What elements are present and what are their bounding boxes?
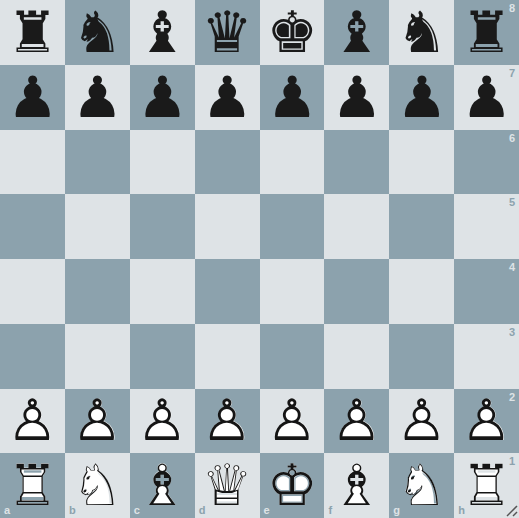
square-a4[interactable] bbox=[0, 259, 65, 324]
coord-file-d: d bbox=[199, 505, 206, 516]
square-a8[interactable]: ♜ bbox=[0, 0, 65, 65]
chess-board: ♜♞♝♛♚♝♞♜8♟♟♟♟♟♟♟♟76543♟♙♟♙♟♙♟♙♟♙♟♙♟♙♟♙2♜… bbox=[0, 0, 519, 518]
coord-rank-3: 3 bbox=[509, 327, 515, 338]
square-h4[interactable]: 4 bbox=[454, 259, 519, 324]
square-d3[interactable] bbox=[195, 324, 260, 389]
square-b1[interactable]: ♞♘b bbox=[65, 453, 130, 518]
piece-glyph-fill: ♝ bbox=[324, 0, 389, 65]
piece-black-knight[interactable]: ♞ bbox=[389, 0, 454, 65]
square-d5[interactable] bbox=[195, 194, 260, 259]
square-f7[interactable]: ♟ bbox=[324, 65, 389, 130]
square-g8[interactable]: ♞ bbox=[389, 0, 454, 65]
piece-white-pawn[interactable]: ♟♙ bbox=[195, 389, 260, 454]
square-b5[interactable] bbox=[65, 194, 130, 259]
coord-rank-8: 8 bbox=[509, 3, 515, 14]
square-d7[interactable]: ♟ bbox=[195, 65, 260, 130]
piece-glyph-fill: ♞ bbox=[65, 0, 130, 65]
square-d8[interactable]: ♛ bbox=[195, 0, 260, 65]
piece-glyph-fill: ♟ bbox=[130, 65, 195, 130]
piece-glyph-outline: ♙ bbox=[324, 389, 389, 454]
square-g3[interactable] bbox=[389, 324, 454, 389]
square-d2[interactable]: ♟♙ bbox=[195, 389, 260, 454]
coord-rank-2: 2 bbox=[509, 392, 515, 403]
square-c3[interactable] bbox=[130, 324, 195, 389]
square-a3[interactable] bbox=[0, 324, 65, 389]
coord-file-f: f bbox=[328, 505, 332, 516]
piece-glyph-outline: ♗ bbox=[324, 453, 389, 518]
coord-rank-5: 5 bbox=[509, 197, 515, 208]
piece-black-bishop[interactable]: ♝ bbox=[324, 0, 389, 65]
piece-glyph-fill: ♟ bbox=[260, 65, 325, 130]
piece-black-king[interactable]: ♚ bbox=[260, 0, 325, 65]
square-h5[interactable]: 5 bbox=[454, 194, 519, 259]
square-g4[interactable] bbox=[389, 259, 454, 324]
piece-glyph-outline: ♙ bbox=[260, 389, 325, 454]
square-f6[interactable] bbox=[324, 130, 389, 195]
square-g7[interactable]: ♟ bbox=[389, 65, 454, 130]
square-e7[interactable]: ♟ bbox=[260, 65, 325, 130]
piece-black-rook[interactable]: ♜ bbox=[0, 0, 65, 65]
resize-grip-icon bbox=[504, 503, 518, 517]
square-d1[interactable]: ♛♕d bbox=[195, 453, 260, 518]
square-e6[interactable] bbox=[260, 130, 325, 195]
piece-white-bishop[interactable]: ♝♗ bbox=[324, 453, 389, 518]
square-c4[interactable] bbox=[130, 259, 195, 324]
square-c2[interactable]: ♟♙ bbox=[130, 389, 195, 454]
coord-rank-4: 4 bbox=[509, 262, 515, 273]
piece-glyph-fill: ♝ bbox=[130, 0, 195, 65]
coord-file-b: b bbox=[69, 505, 76, 516]
coord-rank-6: 6 bbox=[509, 133, 515, 144]
square-a1[interactable]: ♜♖a bbox=[0, 453, 65, 518]
square-c1[interactable]: ♝♗c bbox=[130, 453, 195, 518]
square-f4[interactable] bbox=[324, 259, 389, 324]
square-f2[interactable]: ♟♙ bbox=[324, 389, 389, 454]
square-a7[interactable]: ♟ bbox=[0, 65, 65, 130]
square-h6[interactable]: 6 bbox=[454, 130, 519, 195]
piece-glyph-outline: ♙ bbox=[130, 389, 195, 454]
coord-file-e: e bbox=[264, 505, 270, 516]
piece-glyph-fill: ♞ bbox=[389, 0, 454, 65]
piece-white-pawn[interactable]: ♟♙ bbox=[130, 389, 195, 454]
square-g5[interactable] bbox=[389, 194, 454, 259]
piece-black-pawn[interactable]: ♟ bbox=[65, 65, 130, 130]
piece-white-pawn[interactable]: ♟♙ bbox=[324, 389, 389, 454]
piece-glyph-fill: ♟ bbox=[0, 65, 65, 130]
piece-glyph-fill: ♟ bbox=[324, 65, 389, 130]
square-h2[interactable]: ♟♙2 bbox=[454, 389, 519, 454]
coord-file-a: a bbox=[4, 505, 10, 516]
square-c6[interactable] bbox=[130, 130, 195, 195]
square-b6[interactable] bbox=[65, 130, 130, 195]
square-g6[interactable] bbox=[389, 130, 454, 195]
square-e5[interactable] bbox=[260, 194, 325, 259]
piece-glyph-outline: ♙ bbox=[389, 389, 454, 454]
square-b7[interactable]: ♟ bbox=[65, 65, 130, 130]
square-h3[interactable]: 3 bbox=[454, 324, 519, 389]
coord-file-h: h bbox=[458, 505, 465, 516]
square-b4[interactable] bbox=[65, 259, 130, 324]
piece-glyph-outline: ♙ bbox=[65, 389, 130, 454]
piece-black-pawn[interactable]: ♟ bbox=[260, 65, 325, 130]
piece-glyph-fill: ♚ bbox=[260, 0, 325, 65]
piece-black-pawn[interactable]: ♟ bbox=[389, 65, 454, 130]
square-b8[interactable]: ♞ bbox=[65, 0, 130, 65]
square-a6[interactable] bbox=[0, 130, 65, 195]
square-h8[interactable]: ♜8 bbox=[454, 0, 519, 65]
square-c5[interactable] bbox=[130, 194, 195, 259]
piece-glyph-outline: ♙ bbox=[0, 389, 65, 454]
piece-glyph-fill: ♜ bbox=[0, 0, 65, 65]
square-b2[interactable]: ♟♙ bbox=[65, 389, 130, 454]
square-a2[interactable]: ♟♙ bbox=[0, 389, 65, 454]
square-f3[interactable] bbox=[324, 324, 389, 389]
piece-white-pawn[interactable]: ♟♙ bbox=[65, 389, 130, 454]
square-e4[interactable] bbox=[260, 259, 325, 324]
piece-white-pawn[interactable]: ♟♙ bbox=[389, 389, 454, 454]
board-resize-handle[interactable] bbox=[504, 503, 518, 517]
square-h7[interactable]: ♟7 bbox=[454, 65, 519, 130]
square-d6[interactable] bbox=[195, 130, 260, 195]
coord-rank-7: 7 bbox=[509, 68, 515, 79]
piece-glyph-outline: ♙ bbox=[195, 389, 260, 454]
square-f5[interactable] bbox=[324, 194, 389, 259]
square-g1[interactable]: ♞♘g bbox=[389, 453, 454, 518]
piece-glyph-fill: ♟ bbox=[195, 65, 260, 130]
square-c8[interactable]: ♝ bbox=[130, 0, 195, 65]
piece-white-pawn[interactable]: ♟♙ bbox=[260, 389, 325, 454]
piece-black-pawn[interactable]: ♟ bbox=[195, 65, 260, 130]
square-e8[interactable]: ♚ bbox=[260, 0, 325, 65]
square-d4[interactable] bbox=[195, 259, 260, 324]
piece-black-bishop[interactable]: ♝ bbox=[130, 0, 195, 65]
piece-glyph-fill: ♟ bbox=[389, 65, 454, 130]
piece-black-pawn[interactable]: ♟ bbox=[0, 65, 65, 130]
square-c7[interactable]: ♟ bbox=[130, 65, 195, 130]
square-e1[interactable]: ♚♔e bbox=[260, 453, 325, 518]
piece-white-pawn[interactable]: ♟♙ bbox=[0, 389, 65, 454]
square-b3[interactable] bbox=[65, 324, 130, 389]
coord-rank-1: 1 bbox=[509, 456, 515, 467]
square-f8[interactable]: ♝ bbox=[324, 0, 389, 65]
square-f1[interactable]: ♝♗f bbox=[324, 453, 389, 518]
square-a5[interactable] bbox=[0, 194, 65, 259]
square-e2[interactable]: ♟♙ bbox=[260, 389, 325, 454]
coord-file-g: g bbox=[393, 505, 400, 516]
square-g2[interactable]: ♟♙ bbox=[389, 389, 454, 454]
square-e3[interactable] bbox=[260, 324, 325, 389]
piece-black-pawn[interactable]: ♟ bbox=[324, 65, 389, 130]
piece-black-knight[interactable]: ♞ bbox=[65, 0, 130, 65]
piece-black-queen[interactable]: ♛ bbox=[195, 0, 260, 65]
piece-glyph-fill: ♛ bbox=[195, 0, 260, 65]
piece-glyph-fill: ♟ bbox=[65, 65, 130, 130]
coord-file-c: c bbox=[134, 505, 140, 516]
piece-black-pawn[interactable]: ♟ bbox=[130, 65, 195, 130]
